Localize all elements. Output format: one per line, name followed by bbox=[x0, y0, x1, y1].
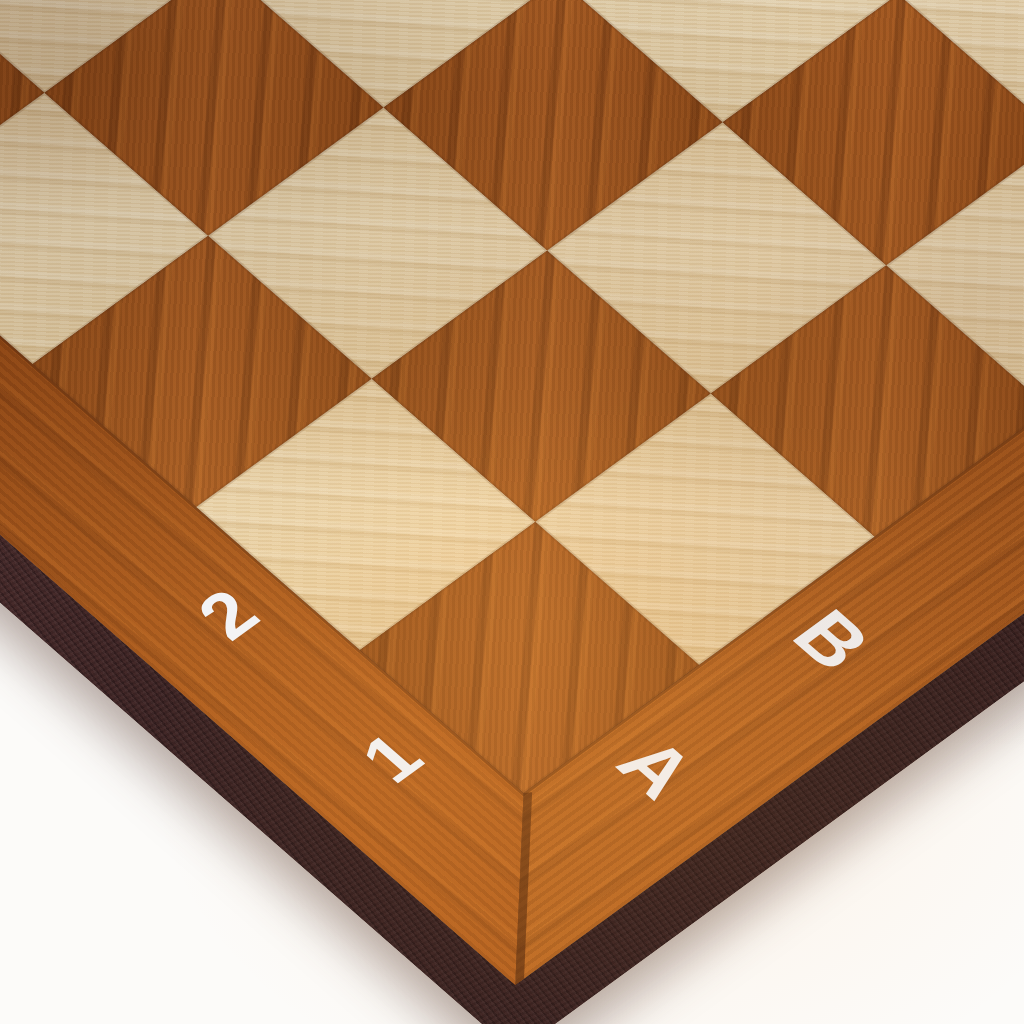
chess-board: 1 2 A B bbox=[0, 0, 1024, 985]
scene: 1 2 A B bbox=[0, 0, 1024, 1024]
